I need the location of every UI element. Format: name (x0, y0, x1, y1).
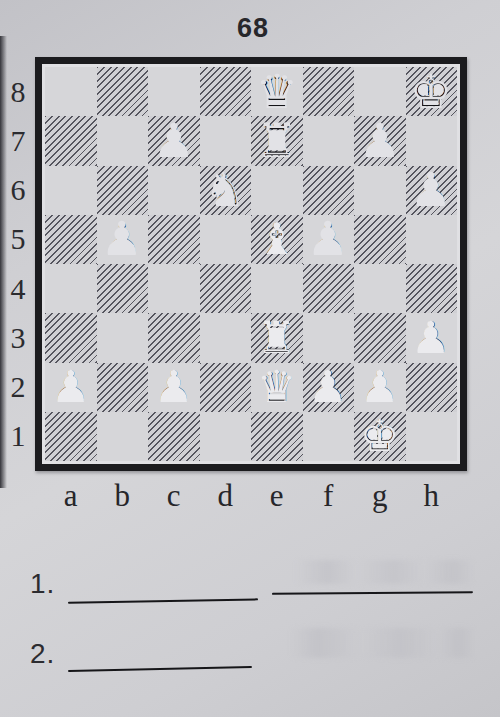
square-g4[interactable] (354, 264, 406, 313)
move-number-1: 1. (30, 568, 55, 600)
black-rook: ♜♜ (251, 116, 303, 165)
black-pawn: ♟♟ (148, 116, 200, 165)
square-e4[interactable] (251, 264, 303, 313)
square-d7[interactable] (200, 116, 252, 165)
file-label-h: h (406, 478, 458, 516)
square-b5[interactable]: ♟♟ (97, 215, 149, 264)
rank-label-3: 3 (3, 313, 33, 362)
answer-blank-1a[interactable] (68, 598, 258, 604)
white-queen: ♛♕ (251, 363, 303, 412)
square-c1[interactable] (148, 412, 200, 461)
square-e6[interactable] (251, 166, 303, 215)
square-h8[interactable]: ♚♚ (406, 67, 458, 116)
square-a6[interactable] (45, 166, 97, 215)
answer-blank-1b[interactable] (272, 591, 473, 595)
square-c2[interactable]: ♟♙ (148, 363, 200, 412)
square-b7[interactable] (97, 116, 149, 165)
square-a7[interactable] (45, 116, 97, 165)
answer-blank-2a[interactable] (68, 666, 252, 672)
square-d3[interactable] (200, 313, 252, 362)
square-e5[interactable]: ♝♗ (251, 215, 303, 264)
file-label-b: b (97, 478, 149, 516)
square-a8[interactable] (45, 67, 97, 116)
square-e2[interactable]: ♛♕ (251, 363, 303, 412)
square-c7[interactable]: ♟♟ (148, 116, 200, 165)
file-label-e: e (251, 478, 303, 516)
square-h6[interactable]: ♟♟ (406, 166, 458, 215)
white-pawn: ♟♙ (406, 313, 458, 362)
black-queen: ♛♛ (251, 67, 303, 116)
square-a1[interactable] (45, 412, 97, 461)
square-f3[interactable] (303, 313, 355, 362)
square-b4[interactable] (97, 264, 149, 313)
square-f7[interactable] (303, 116, 355, 165)
square-d4[interactable] (200, 264, 252, 313)
rank-label-6: 6 (3, 166, 33, 215)
white-rook: ♜♖ (251, 313, 303, 362)
square-c3[interactable] (148, 313, 200, 362)
square-f1[interactable] (303, 412, 355, 461)
file-label-a: a (45, 478, 97, 516)
square-e8[interactable]: ♛♛ (251, 67, 303, 116)
square-b2[interactable] (97, 363, 149, 412)
rank-label-7: 7 (3, 116, 33, 165)
square-e3[interactable]: ♜♖ (251, 313, 303, 362)
square-f4[interactable] (303, 264, 355, 313)
black-knight: ♞♞ (200, 166, 252, 215)
square-f8[interactable] (303, 67, 355, 116)
square-h3[interactable]: ♟♙ (406, 313, 458, 362)
scanned-puzzle-page: 68 87654321 ♛♛♚♚♟♟♜♜♟♟♞♞♟♟♟♟♝♗♟♟♜♖♟♙♟♙♟♙… (0, 0, 500, 717)
move-number-2: 2. (30, 638, 55, 670)
square-c5[interactable] (148, 215, 200, 264)
file-label-d: d (200, 478, 252, 516)
black-pawn: ♟♟ (406, 166, 458, 215)
answer-row-2: 2. (0, 636, 500, 678)
square-f2[interactable]: ♟♙ (303, 363, 355, 412)
black-pawn: ♟♟ (354, 116, 406, 165)
square-g8[interactable] (354, 67, 406, 116)
file-label-c: c (148, 478, 200, 516)
square-g5[interactable] (354, 215, 406, 264)
file-label-f: f (303, 478, 355, 516)
square-d1[interactable] (200, 412, 252, 461)
square-f6[interactable] (303, 166, 355, 215)
square-g7[interactable]: ♟♟ (354, 116, 406, 165)
puzzle-number: 68 (0, 13, 500, 44)
file-label-g: g (354, 478, 406, 516)
square-b1[interactable] (97, 412, 149, 461)
square-c4[interactable] (148, 264, 200, 313)
white-pawn: ♟♙ (303, 363, 355, 412)
square-h5[interactable] (406, 215, 458, 264)
rank-label-8: 8 (3, 67, 33, 116)
black-king: ♚♚ (406, 67, 458, 116)
white-king: ♚♔ (354, 412, 406, 461)
square-g6[interactable] (354, 166, 406, 215)
square-h2[interactable] (406, 363, 458, 412)
white-pawn: ♟♙ (354, 363, 406, 412)
black-pawn: ♟♟ (97, 215, 149, 264)
white-pawn: ♟♙ (45, 363, 97, 412)
square-g3[interactable] (354, 313, 406, 362)
square-h1[interactable] (406, 412, 458, 461)
square-g2[interactable]: ♟♙ (354, 363, 406, 412)
square-b6[interactable] (97, 166, 149, 215)
square-d5[interactable] (200, 215, 252, 264)
square-d2[interactable] (200, 363, 252, 412)
rank-label-5: 5 (3, 215, 33, 264)
square-a2[interactable]: ♟♙ (45, 363, 97, 412)
board-grid: ♛♛♚♚♟♟♜♜♟♟♞♞♟♟♟♟♝♗♟♟♜♖♟♙♟♙♟♙♛♕♟♙♟♙♚♔ (45, 67, 457, 461)
rank-label-2: 2 (3, 363, 33, 412)
square-a5[interactable] (45, 215, 97, 264)
square-d8[interactable] (200, 67, 252, 116)
chess-board: ♛♛♚♚♟♟♜♜♟♟♞♞♟♟♟♟♝♗♟♟♜♖♟♙♟♙♟♙♛♕♟♙♟♙♚♔ (35, 57, 467, 471)
square-e7[interactable]: ♜♜ (251, 116, 303, 165)
square-h7[interactable] (406, 116, 458, 165)
rank-label-4: 4 (3, 264, 33, 313)
answer-row-1: 1. (0, 566, 500, 608)
square-h4[interactable] (406, 264, 458, 313)
rank-label-1: 1 (3, 412, 33, 461)
square-a3[interactable] (45, 313, 97, 362)
square-d6[interactable]: ♞♞ (200, 166, 252, 215)
rank-labels: 87654321 (3, 67, 33, 461)
white-pawn: ♟♙ (148, 363, 200, 412)
square-c8[interactable] (148, 67, 200, 116)
file-labels: abcdefgh (45, 478, 457, 516)
square-f5[interactable]: ♟♟ (303, 215, 355, 264)
square-c6[interactable] (148, 166, 200, 215)
square-g1[interactable]: ♚♔ (354, 412, 406, 461)
white-bishop: ♝♗ (251, 215, 303, 264)
square-b3[interactable] (97, 313, 149, 362)
square-e1[interactable] (251, 412, 303, 461)
square-a4[interactable] (45, 264, 97, 313)
square-b8[interactable] (97, 67, 149, 116)
black-pawn: ♟♟ (303, 215, 355, 264)
